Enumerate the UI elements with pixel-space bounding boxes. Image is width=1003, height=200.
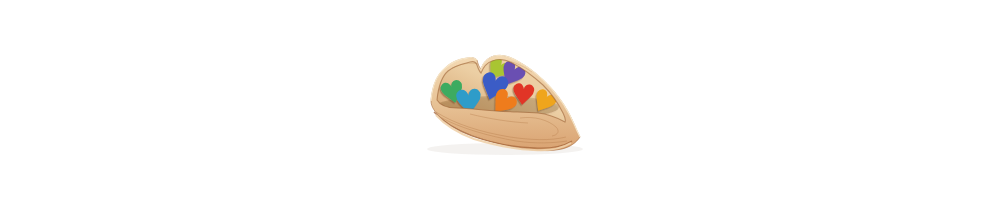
heart-tray-product-photo: ♥ ♥ ♥ ♥ ♥ ♥ ♥ ♥ (0, 0, 1003, 200)
photo-canvas: ♥ ♥ ♥ ♥ ♥ ♥ ♥ ♥ (0, 0, 1003, 200)
